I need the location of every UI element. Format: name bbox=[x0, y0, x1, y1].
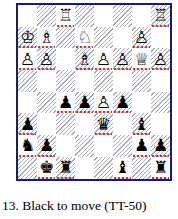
square-c3 bbox=[56, 113, 75, 135]
square-c7 bbox=[56, 27, 75, 49]
square-h1: ♜ bbox=[151, 157, 170, 179]
piece-white-pawn: ♙ bbox=[96, 94, 111, 111]
piece-black-pawn: ♟ bbox=[134, 137, 149, 154]
square-a5 bbox=[18, 70, 37, 92]
square-e6: ♙ bbox=[94, 48, 113, 70]
piece-black-knight: ♞ bbox=[20, 137, 35, 154]
square-g6: ♕ bbox=[132, 48, 151, 70]
piece-black-rook: ♜ bbox=[153, 159, 168, 176]
square-h7 bbox=[151, 27, 170, 49]
square-d6: ♗ bbox=[75, 48, 94, 70]
square-f8 bbox=[113, 5, 132, 27]
square-b8 bbox=[37, 5, 56, 27]
square-h4 bbox=[151, 92, 170, 114]
square-g8 bbox=[132, 5, 151, 27]
square-c1: ♜ bbox=[56, 157, 75, 179]
square-f4: ♟ bbox=[113, 92, 132, 114]
square-d2 bbox=[75, 135, 94, 157]
piece-black-queen: ♛ bbox=[96, 115, 111, 132]
square-c8: ♖ bbox=[56, 5, 75, 27]
piece-white-rook: ♖ bbox=[58, 7, 73, 24]
piece-white-pawn: ♙ bbox=[134, 29, 149, 46]
square-e3: ♛ bbox=[94, 113, 113, 135]
square-g5 bbox=[132, 70, 151, 92]
square-b2: ♟ bbox=[37, 135, 56, 157]
square-g1 bbox=[132, 157, 151, 179]
square-a3: ♟ bbox=[18, 113, 37, 135]
piece-black-pawn: ♟ bbox=[115, 94, 130, 111]
square-f6: ♙ bbox=[113, 48, 132, 70]
square-b4 bbox=[37, 92, 56, 114]
piece-white-rook: ♖ bbox=[153, 7, 168, 24]
square-h5 bbox=[151, 70, 170, 92]
square-e7 bbox=[94, 27, 113, 49]
square-a4 bbox=[18, 92, 37, 114]
piece-black-rook: ♜ bbox=[58, 159, 73, 176]
chess-board: ♖♖♔♗♘♙♙♙♗♙♙♕♙♟♟♙♟♟♛♝♞♟♟♟♚♜♝♜ bbox=[16, 3, 172, 181]
square-f1: ♝ bbox=[113, 157, 132, 179]
piece-white-pawn: ♙ bbox=[96, 50, 111, 67]
piece-white-bishop: ♗ bbox=[77, 50, 92, 67]
square-h6: ♙ bbox=[151, 48, 170, 70]
piece-black-pawn: ♟ bbox=[153, 137, 168, 154]
square-d4: ♟ bbox=[75, 92, 94, 114]
square-d7: ♘ bbox=[75, 27, 94, 49]
piece-white-knight: ♘ bbox=[77, 29, 92, 46]
piece-black-bishop: ♝ bbox=[134, 115, 149, 132]
piece-white-pawn: ♙ bbox=[39, 50, 54, 67]
piece-white-king: ♔ bbox=[20, 29, 35, 46]
piece-white-pawn: ♙ bbox=[153, 50, 168, 67]
square-f5 bbox=[113, 70, 132, 92]
square-e1 bbox=[94, 157, 113, 179]
piece-black-pawn: ♟ bbox=[58, 94, 73, 111]
square-c5 bbox=[56, 70, 75, 92]
square-a2: ♞ bbox=[18, 135, 37, 157]
square-g2: ♟ bbox=[132, 135, 151, 157]
square-b6: ♙ bbox=[37, 48, 56, 70]
square-c4: ♟ bbox=[56, 92, 75, 114]
piece-white-queen: ♕ bbox=[134, 50, 149, 67]
square-a1 bbox=[18, 157, 37, 179]
caption: 13. Black to move (TT-50) bbox=[2, 198, 147, 214]
square-h8: ♖ bbox=[151, 5, 170, 27]
square-d3 bbox=[75, 113, 94, 135]
piece-white-pawn: ♙ bbox=[20, 50, 35, 67]
square-a7: ♔ bbox=[18, 27, 37, 49]
square-d8 bbox=[75, 5, 94, 27]
piece-black-pawn: ♟ bbox=[39, 137, 54, 154]
piece-white-pawn: ♙ bbox=[115, 50, 130, 67]
square-a6: ♙ bbox=[18, 48, 37, 70]
square-d5 bbox=[75, 70, 94, 92]
piece-black-king: ♚ bbox=[39, 159, 54, 176]
square-f7 bbox=[113, 27, 132, 49]
square-f3 bbox=[113, 113, 132, 135]
square-h3 bbox=[151, 113, 170, 135]
square-g7: ♙ bbox=[132, 27, 151, 49]
piece-black-pawn: ♟ bbox=[77, 94, 92, 111]
square-e4: ♙ bbox=[94, 92, 113, 114]
square-d1 bbox=[75, 157, 94, 179]
square-a8 bbox=[18, 5, 37, 27]
square-b7: ♗ bbox=[37, 27, 56, 49]
square-e8 bbox=[94, 5, 113, 27]
square-e2 bbox=[94, 135, 113, 157]
square-g3: ♝ bbox=[132, 113, 151, 135]
square-e5 bbox=[94, 70, 113, 92]
square-c2 bbox=[56, 135, 75, 157]
square-g4 bbox=[132, 92, 151, 114]
square-h2: ♟ bbox=[151, 135, 170, 157]
square-b1: ♚ bbox=[37, 157, 56, 179]
piece-black-pawn: ♟ bbox=[20, 115, 35, 132]
piece-black-bishop: ♝ bbox=[115, 159, 130, 176]
square-c6 bbox=[56, 48, 75, 70]
square-b3 bbox=[37, 113, 56, 135]
square-f2 bbox=[113, 135, 132, 157]
square-b5 bbox=[37, 70, 56, 92]
piece-white-bishop: ♗ bbox=[39, 29, 54, 46]
chess-diagram-page: ♖♖♔♗♘♙♙♙♗♙♙♕♙♟♟♙♟♟♛♝♞♟♟♟♚♜♝♜ 13. Black t… bbox=[0, 0, 178, 219]
